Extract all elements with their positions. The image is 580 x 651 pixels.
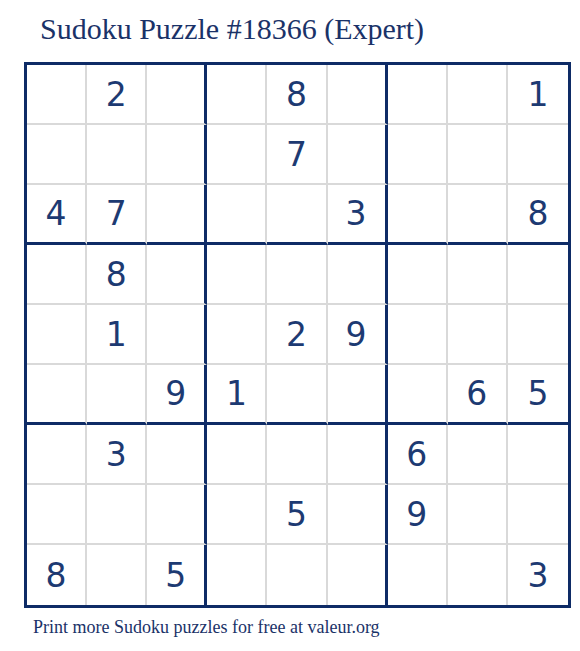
sudoku-cell-r5c5: 2 <box>267 305 327 365</box>
sudoku-cell-r8c6 <box>328 485 388 545</box>
sudoku-cell-r3c9: 8 <box>508 185 568 245</box>
sudoku-cell-r4c7 <box>388 245 448 305</box>
sudoku-cell-r6c3: 9 <box>147 365 207 425</box>
sudoku-cell-r4c5 <box>267 245 327 305</box>
sudoku-cell-r5c9 <box>508 305 568 365</box>
sudoku-cell-r5c7 <box>388 305 448 365</box>
footer-text: Print more Sudoku puzzles for free at va… <box>33 617 380 638</box>
sudoku-cell-r4c3 <box>147 245 207 305</box>
sudoku-cell-r5c8 <box>448 305 508 365</box>
sudoku-cell-r4c8 <box>448 245 508 305</box>
sudoku-cell-r7c6 <box>328 425 388 485</box>
sudoku-cell-r2c3 <box>147 125 207 185</box>
page-title: Sudoku Puzzle #18366 (Expert) <box>40 12 424 46</box>
sudoku-cell-r7c8 <box>448 425 508 485</box>
sudoku-cell-r7c4 <box>207 425 267 485</box>
sudoku-cell-r7c1 <box>27 425 87 485</box>
sudoku-cell-r8c1 <box>27 485 87 545</box>
sudoku-cell-r3c8 <box>448 185 508 245</box>
sudoku-cell-r5c2: 1 <box>87 305 147 365</box>
sudoku-cell-r6c1 <box>27 365 87 425</box>
sudoku-cell-r8c8 <box>448 485 508 545</box>
sudoku-cell-r2c9 <box>508 125 568 185</box>
sudoku-cell-r9c8 <box>448 545 508 605</box>
sudoku-cell-r1c9: 1 <box>508 65 568 125</box>
sudoku-cell-r6c6 <box>328 365 388 425</box>
sudoku-cell-r3c1: 4 <box>27 185 87 245</box>
sudoku-cell-r5c6: 9 <box>328 305 388 365</box>
sudoku-cell-r6c5 <box>267 365 327 425</box>
sudoku-cell-r1c7 <box>388 65 448 125</box>
sudoku-cell-r2c7 <box>388 125 448 185</box>
sudoku-cell-r7c9 <box>508 425 568 485</box>
sudoku-cell-r6c9: 5 <box>508 365 568 425</box>
sudoku-cell-r2c6 <box>328 125 388 185</box>
sudoku-cell-r2c4 <box>207 125 267 185</box>
sudoku-cell-r9c3: 5 <box>147 545 207 605</box>
sudoku-cell-r9c4 <box>207 545 267 605</box>
sudoku-cell-r1c5: 8 <box>267 65 327 125</box>
sudoku-cell-r1c6 <box>328 65 388 125</box>
sudoku-cell-r7c2: 3 <box>87 425 147 485</box>
sudoku-cell-r1c3 <box>147 65 207 125</box>
sudoku-page: Sudoku Puzzle #18366 (Expert) 2817473881… <box>0 0 580 651</box>
sudoku-cell-r9c6 <box>328 545 388 605</box>
sudoku-cell-r4c9 <box>508 245 568 305</box>
sudoku-cell-r1c1 <box>27 65 87 125</box>
sudoku-cell-r8c5: 5 <box>267 485 327 545</box>
sudoku-cell-r2c8 <box>448 125 508 185</box>
sudoku-cell-r2c1 <box>27 125 87 185</box>
sudoku-cell-r6c7 <box>388 365 448 425</box>
sudoku-cell-r6c4: 1 <box>207 365 267 425</box>
sudoku-cell-r3c6: 3 <box>328 185 388 245</box>
sudoku-cell-r4c6 <box>328 245 388 305</box>
sudoku-cell-r4c1 <box>27 245 87 305</box>
sudoku-cell-r3c2: 7 <box>87 185 147 245</box>
sudoku-cell-r8c2 <box>87 485 147 545</box>
sudoku-cell-r4c4 <box>207 245 267 305</box>
sudoku-cell-r4c2: 8 <box>87 245 147 305</box>
sudoku-cell-r6c8: 6 <box>448 365 508 425</box>
sudoku-cell-r1c8 <box>448 65 508 125</box>
sudoku-cell-r9c5 <box>267 545 327 605</box>
sudoku-cell-r8c9 <box>508 485 568 545</box>
sudoku-cell-r3c7 <box>388 185 448 245</box>
sudoku-cell-r7c7: 6 <box>388 425 448 485</box>
sudoku-cell-r8c4 <box>207 485 267 545</box>
sudoku-cell-r5c1 <box>27 305 87 365</box>
sudoku-cell-r3c3 <box>147 185 207 245</box>
sudoku-cell-r3c4 <box>207 185 267 245</box>
sudoku-cell-r8c3 <box>147 485 207 545</box>
sudoku-cell-r3c5 <box>267 185 327 245</box>
sudoku-cell-r6c2 <box>87 365 147 425</box>
sudoku-cell-r5c4 <box>207 305 267 365</box>
sudoku-cell-r2c5: 7 <box>267 125 327 185</box>
sudoku-cell-r2c2 <box>87 125 147 185</box>
sudoku-grid: 28174738812991653659853 <box>24 62 571 608</box>
sudoku-cell-r9c9: 3 <box>508 545 568 605</box>
sudoku-cell-r1c4 <box>207 65 267 125</box>
sudoku-cell-r8c7: 9 <box>388 485 448 545</box>
sudoku-cell-r5c3 <box>147 305 207 365</box>
sudoku-cell-r1c2: 2 <box>87 65 147 125</box>
sudoku-cell-r7c5 <box>267 425 327 485</box>
sudoku-cell-r7c3 <box>147 425 207 485</box>
sudoku-cell-r9c7 <box>388 545 448 605</box>
sudoku-cell-r9c1: 8 <box>27 545 87 605</box>
sudoku-cell-r9c2 <box>87 545 147 605</box>
